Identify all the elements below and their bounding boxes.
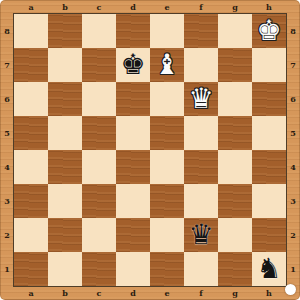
piece-black-knight[interactable]: ♞	[252, 252, 286, 286]
square-f6[interactable]: ♛	[184, 82, 218, 116]
square-b8[interactable]	[48, 14, 82, 48]
square-c3[interactable]	[82, 184, 116, 218]
rank-labels-left: 87654321	[1, 14, 13, 286]
square-b5[interactable]	[48, 116, 82, 150]
square-b4[interactable]	[48, 150, 82, 184]
file-label-b: b	[48, 287, 82, 299]
square-c7[interactable]	[82, 48, 116, 82]
square-g4[interactable]	[218, 150, 252, 184]
file-label-f: f	[184, 1, 218, 13]
square-g2[interactable]	[218, 218, 252, 252]
rank-label-7: 7	[287, 48, 299, 82]
square-b2[interactable]	[48, 218, 82, 252]
square-f2[interactable]: ♛	[184, 218, 218, 252]
square-h2[interactable]	[252, 218, 286, 252]
rank-label-8: 8	[287, 14, 299, 48]
file-label-b: b	[48, 1, 82, 13]
square-e3[interactable]	[150, 184, 184, 218]
square-d4[interactable]	[116, 150, 150, 184]
piece-white-queen[interactable]: ♛	[184, 82, 218, 116]
file-label-f: f	[184, 287, 218, 299]
rank-label-5: 5	[1, 116, 13, 150]
file-label-g: g	[218, 287, 252, 299]
square-b7[interactable]	[48, 48, 82, 82]
rank-label-6: 6	[287, 82, 299, 116]
square-d2[interactable]	[116, 218, 150, 252]
square-g3[interactable]	[218, 184, 252, 218]
square-b3[interactable]	[48, 184, 82, 218]
file-label-c: c	[82, 1, 116, 13]
square-d3[interactable]	[116, 184, 150, 218]
square-f1[interactable]	[184, 252, 218, 286]
square-c8[interactable]	[82, 14, 116, 48]
square-c5[interactable]	[82, 116, 116, 150]
square-f3[interactable]	[184, 184, 218, 218]
square-a1[interactable]	[14, 252, 48, 286]
square-d1[interactable]	[116, 252, 150, 286]
square-d5[interactable]	[116, 116, 150, 150]
file-label-h: h	[252, 287, 286, 299]
file-label-e: e	[150, 1, 184, 13]
square-h3[interactable]	[252, 184, 286, 218]
square-b6[interactable]	[48, 82, 82, 116]
square-g5[interactable]	[218, 116, 252, 150]
file-label-g: g	[218, 1, 252, 13]
square-a3[interactable]	[14, 184, 48, 218]
rank-labels-right: 87654321	[287, 14, 299, 286]
square-h7[interactable]	[252, 48, 286, 82]
square-g7[interactable]	[218, 48, 252, 82]
square-a5[interactable]	[14, 116, 48, 150]
square-h5[interactable]	[252, 116, 286, 150]
file-label-d: d	[116, 1, 150, 13]
square-c6[interactable]	[82, 82, 116, 116]
square-f4[interactable]	[184, 150, 218, 184]
file-label-a: a	[14, 287, 48, 299]
piece-black-queen[interactable]: ♛	[184, 218, 218, 252]
square-e8[interactable]	[150, 14, 184, 48]
rank-label-6: 6	[1, 82, 13, 116]
piece-white-king[interactable]: ♚	[252, 14, 286, 48]
file-label-a: a	[14, 1, 48, 13]
square-c2[interactable]	[82, 218, 116, 252]
square-h1[interactable]: ♞	[252, 252, 286, 286]
square-e6[interactable]	[150, 82, 184, 116]
file-label-d: d	[116, 287, 150, 299]
file-labels-top: abcdefgh	[14, 1, 286, 13]
square-f8[interactable]	[184, 14, 218, 48]
rank-label-5: 5	[287, 116, 299, 150]
rank-label-1: 1	[1, 252, 13, 286]
square-b1[interactable]	[48, 252, 82, 286]
square-e2[interactable]	[150, 218, 184, 252]
square-a4[interactable]	[14, 150, 48, 184]
square-h8[interactable]: ♚	[252, 14, 286, 48]
rank-label-1: 1	[287, 252, 299, 286]
square-d6[interactable]	[116, 82, 150, 116]
square-g8[interactable]	[218, 14, 252, 48]
square-e1[interactable]	[150, 252, 184, 286]
square-d8[interactable]	[116, 14, 150, 48]
square-h4[interactable]	[252, 150, 286, 184]
rank-label-2: 2	[287, 218, 299, 252]
chess-board-frame: abcdefgh abcdefgh 87654321 87654321 ♚♚♝♛…	[0, 0, 300, 300]
white-to-move-indicator	[285, 284, 296, 295]
square-a8[interactable]	[14, 14, 48, 48]
square-c4[interactable]	[82, 150, 116, 184]
square-f5[interactable]	[184, 116, 218, 150]
square-f7[interactable]	[184, 48, 218, 82]
rank-label-8: 8	[1, 14, 13, 48]
board: ♚♚♝♛♛♞	[13, 13, 287, 287]
piece-white-bishop[interactable]: ♝	[150, 48, 184, 82]
square-e7[interactable]: ♝	[150, 48, 184, 82]
square-d7[interactable]: ♚	[116, 48, 150, 82]
square-g1[interactable]	[218, 252, 252, 286]
rank-label-3: 3	[287, 184, 299, 218]
rank-label-7: 7	[1, 48, 13, 82]
rank-label-2: 2	[1, 218, 13, 252]
square-c1[interactable]	[82, 252, 116, 286]
rank-label-4: 4	[1, 150, 13, 184]
file-labels-bottom: abcdefgh	[14, 287, 286, 299]
square-e5[interactable]	[150, 116, 184, 150]
square-a6[interactable]	[14, 82, 48, 116]
square-a2[interactable]	[14, 218, 48, 252]
rank-label-3: 3	[1, 184, 13, 218]
piece-black-king[interactable]: ♚	[116, 48, 150, 82]
square-g6[interactable]	[218, 82, 252, 116]
square-a7[interactable]	[14, 48, 48, 82]
square-h6[interactable]	[252, 82, 286, 116]
rank-label-4: 4	[287, 150, 299, 184]
file-label-c: c	[82, 287, 116, 299]
square-e4[interactable]	[150, 150, 184, 184]
file-label-e: e	[150, 287, 184, 299]
file-label-h: h	[252, 1, 286, 13]
